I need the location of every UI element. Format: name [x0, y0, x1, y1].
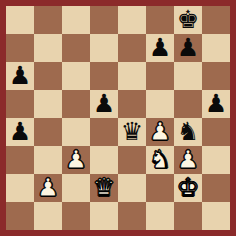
square-a3[interactable] [6, 146, 34, 174]
square-c5[interactable] [62, 90, 90, 118]
board-frame: ♚♟♟♟♟♟♟♛♟♞♟♞♟♟♛♚ [0, 0, 236, 236]
square-d4[interactable] [90, 118, 118, 146]
square-a8[interactable] [6, 6, 34, 34]
square-c4[interactable] [62, 118, 90, 146]
square-g4[interactable]: ♞ [174, 118, 202, 146]
piece-white-king: ♚ [177, 174, 199, 202]
square-c1[interactable] [62, 202, 90, 230]
square-b1[interactable] [34, 202, 62, 230]
square-h6[interactable] [202, 62, 230, 90]
square-b5[interactable] [34, 90, 62, 118]
square-e6[interactable] [118, 62, 146, 90]
square-c3[interactable]: ♟ [62, 146, 90, 174]
piece-white-pawn: ♟ [177, 146, 199, 174]
square-h1[interactable] [202, 202, 230, 230]
piece-white-pawn: ♟ [37, 174, 59, 202]
square-h3[interactable] [202, 146, 230, 174]
square-f4[interactable]: ♟ [146, 118, 174, 146]
square-d3[interactable] [90, 146, 118, 174]
piece-black-knight: ♞ [177, 118, 199, 146]
square-g1[interactable] [174, 202, 202, 230]
square-a1[interactable] [6, 202, 34, 230]
square-a4[interactable]: ♟ [6, 118, 34, 146]
square-g5[interactable] [174, 90, 202, 118]
square-b4[interactable] [34, 118, 62, 146]
square-e7[interactable] [118, 34, 146, 62]
square-a7[interactable] [6, 34, 34, 62]
square-d7[interactable] [90, 34, 118, 62]
square-g2[interactable]: ♚ [174, 174, 202, 202]
square-c2[interactable] [62, 174, 90, 202]
square-e3[interactable] [118, 146, 146, 174]
square-f1[interactable] [146, 202, 174, 230]
chess-board: ♚♟♟♟♟♟♟♛♟♞♟♞♟♟♛♚ [6, 6, 230, 230]
square-g7[interactable]: ♟ [174, 34, 202, 62]
square-f2[interactable] [146, 174, 174, 202]
square-b8[interactable] [34, 6, 62, 34]
piece-black-king: ♚ [177, 6, 199, 34]
piece-black-pawn: ♟ [9, 118, 31, 146]
square-c8[interactable] [62, 6, 90, 34]
piece-white-pawn: ♟ [149, 118, 171, 146]
square-b2[interactable]: ♟ [34, 174, 62, 202]
square-d1[interactable] [90, 202, 118, 230]
square-b3[interactable] [34, 146, 62, 174]
square-d5[interactable]: ♟ [90, 90, 118, 118]
square-f8[interactable] [146, 6, 174, 34]
square-a6[interactable]: ♟ [6, 62, 34, 90]
square-d2[interactable]: ♛ [90, 174, 118, 202]
square-h5[interactable]: ♟ [202, 90, 230, 118]
square-e5[interactable] [118, 90, 146, 118]
piece-black-queen: ♛ [121, 118, 143, 146]
square-b6[interactable] [34, 62, 62, 90]
square-f7[interactable]: ♟ [146, 34, 174, 62]
piece-black-pawn: ♟ [205, 90, 227, 118]
piece-white-pawn: ♟ [65, 146, 87, 174]
square-e2[interactable] [118, 174, 146, 202]
square-f3[interactable]: ♞ [146, 146, 174, 174]
piece-black-pawn: ♟ [149, 34, 171, 62]
piece-white-queen: ♛ [93, 174, 115, 202]
square-c7[interactable] [62, 34, 90, 62]
square-c6[interactable] [62, 62, 90, 90]
square-g3[interactable]: ♟ [174, 146, 202, 174]
square-a2[interactable] [6, 174, 34, 202]
square-e4[interactable]: ♛ [118, 118, 146, 146]
square-g6[interactable] [174, 62, 202, 90]
square-h7[interactable] [202, 34, 230, 62]
square-a5[interactable] [6, 90, 34, 118]
square-f5[interactable] [146, 90, 174, 118]
piece-black-pawn: ♟ [9, 62, 31, 90]
piece-black-pawn: ♟ [177, 34, 199, 62]
square-h4[interactable] [202, 118, 230, 146]
square-d8[interactable] [90, 6, 118, 34]
square-b7[interactable] [34, 34, 62, 62]
square-e8[interactable] [118, 6, 146, 34]
square-h8[interactable] [202, 6, 230, 34]
square-h2[interactable] [202, 174, 230, 202]
square-f6[interactable] [146, 62, 174, 90]
piece-black-pawn: ♟ [93, 90, 115, 118]
piece-white-knight: ♞ [149, 146, 171, 174]
square-e1[interactable] [118, 202, 146, 230]
square-d6[interactable] [90, 62, 118, 90]
square-g8[interactable]: ♚ [174, 6, 202, 34]
